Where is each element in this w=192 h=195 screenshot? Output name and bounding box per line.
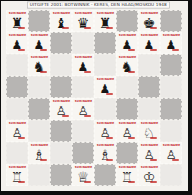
square-f5[interactable] [116,76,138,98]
square-b4[interactable] [28,98,50,120]
square-g8[interactable]: SURINAME♚ [138,10,160,32]
square-g7[interactable]: SURINAME♟ [138,32,160,54]
square-a2[interactable] [6,142,28,164]
square-b2[interactable]: SURINAME♗ [28,142,50,164]
square-b1[interactable] [28,164,50,186]
square-c2[interactable] [50,142,72,164]
square-b7[interactable]: SURINAME♟ [28,32,50,54]
square-e4[interactable] [94,98,116,120]
stamp-country-label: SURINAME [140,122,158,125]
square-g6[interactable] [138,54,160,76]
stamp-value-mark [84,115,91,117]
stamp-value-mark [106,93,113,95]
square-d7[interactable] [72,32,94,54]
stamp-country-label: SURINAME [162,144,180,147]
stamp-country-label: SURINAME [74,166,92,169]
stamp-value-mark [18,27,25,29]
stamp-country-label: SURINAME [52,100,70,103]
stamp-value-mark [150,159,157,161]
square-c1[interactable] [50,164,72,186]
stamp-country-label: SURINAME [162,34,180,37]
square-c5[interactable] [50,76,72,98]
square-b6[interactable]: SURINAME♞ [28,54,50,76]
stamp-value-mark [150,137,157,139]
scanned-stamp-sheet: UITGIFTE 2001: BOTWINNIK - KERES, DEN HA… [0,0,192,195]
stamp-country-label: SURINAME [140,166,158,169]
square-e7[interactable] [94,32,116,54]
square-c7[interactable] [50,32,72,54]
square-a4[interactable] [6,98,28,120]
stamp-value-mark [18,49,25,51]
stamp-value-mark [150,49,157,51]
stamp-country-label: SURINAME [96,12,114,15]
stamp-country-label: SURINAME [96,78,114,81]
square-f7[interactable]: SURINAME♟ [116,32,138,54]
stamp-country-label: SURINAME [118,34,136,37]
stamp-value-mark [62,27,69,29]
stamp-country-label: SURINAME [52,12,70,15]
stamp-value-mark [40,49,47,51]
square-b3[interactable] [28,120,50,142]
stamp-value-mark [106,27,113,29]
square-f1[interactable]: SURINAME♖ [116,164,138,186]
stamp-sheet: UITGIFTE 2001: BOTWINNIK - KERES, DEN HA… [1,1,188,191]
square-a5[interactable] [6,76,28,98]
square-a3[interactable]: SURINAME♙ [6,120,28,142]
square-c4[interactable]: SURINAME♙ [50,98,72,120]
stamp-country-label: SURINAME [30,34,48,37]
stamp-value-mark [84,27,91,29]
stamp-value-mark [106,137,113,139]
stamp-country-label: SURINAME [118,56,136,59]
stamp-country-label: SURINAME [8,122,26,125]
stamp-value-mark [62,115,69,117]
stamp-country-label: SURINAME [74,100,92,103]
stamp-value-mark [84,71,91,73]
square-a6[interactable] [6,54,28,76]
square-d4[interactable]: SURINAME♙ [72,98,94,120]
stamp-country-label: SURINAME [96,122,114,125]
square-h8[interactable] [160,10,182,32]
stamp-country-label: SURINAME [74,12,92,15]
square-h2[interactable]: SURINAME♙ [160,142,182,164]
stamp-country-label: SURINAME [74,56,92,59]
square-d2[interactable] [72,142,94,164]
square-a8[interactable]: SURINAME♜ [6,10,28,32]
stamp-country-label: SURINAME [118,122,136,125]
square-e2[interactable]: SURINAME♗ [94,142,116,164]
stamp-country-label: SURINAME [8,166,26,169]
stamp-country-label: SURINAME [140,144,158,147]
square-f2[interactable] [116,142,138,164]
stamp-value-mark [84,181,91,183]
stamp-value-mark [150,27,157,29]
square-g1[interactable]: SURINAME♔ [138,164,160,186]
square-c6[interactable] [50,54,72,76]
stamp-country-label: SURINAME [30,144,48,147]
square-g5[interactable] [138,76,160,98]
stamp-value-mark [128,71,135,73]
square-c3[interactable] [50,120,72,142]
stamp-value-mark [40,159,47,161]
stamp-value-mark [128,181,135,183]
stamp-country-label: SURINAME [96,144,114,147]
square-f6[interactable]: SURINAME♞ [116,54,138,76]
square-b5[interactable] [28,76,50,98]
square-h5[interactable] [160,76,182,98]
square-e8[interactable]: SURINAME♜ [94,10,116,32]
sheet-title: UITGIFTE 2001: BOTWINNIK - KERES, DEN HA… [27,2,169,9]
square-b8[interactable] [28,10,50,32]
square-e6[interactable] [94,54,116,76]
square-g3[interactable]: SURINAME♘ [138,120,160,142]
square-e3[interactable]: SURINAME♙ [94,120,116,142]
stamp-country-label: SURINAME [8,34,26,37]
chess-board: SURINAME♜SURINAME♝SURINAME♛SURINAME♜SURI… [6,10,182,186]
stamp-value-mark [172,49,179,51]
square-h4[interactable] [160,98,182,120]
square-g2[interactable]: SURINAME♙ [138,142,160,164]
stamp-country-label: SURINAME [140,12,158,15]
square-h1[interactable] [160,164,182,186]
stamp-country-label: SURINAME [30,56,48,59]
stamp-value-mark [150,181,157,183]
square-d3[interactable] [72,120,94,142]
square-d1[interactable]: SURINAME♕ [72,164,94,186]
stamp-value-mark [18,181,25,183]
square-f4[interactable] [116,98,138,120]
square-f8[interactable] [116,10,138,32]
square-h7[interactable]: SURINAME♟ [160,32,182,54]
square-d6[interactable]: SURINAME♟ [72,54,94,76]
stamp-value-mark [18,137,25,139]
stamp-value-mark [172,159,179,161]
square-a7[interactable]: SURINAME♟ [6,32,28,54]
stamp-value-mark [106,159,113,161]
sheet-header: UITGIFTE 2001: BOTWINNIK - KERES, DEN HA… [27,1,192,9]
square-d5[interactable] [72,76,94,98]
stamp-country-label: SURINAME [140,34,158,37]
stamp-country-label: SURINAME [118,166,136,169]
stamp-value-mark [128,49,135,51]
square-d8[interactable]: SURINAME♛ [72,10,94,32]
square-e5[interactable]: SURINAME♟ [94,76,116,98]
square-c8[interactable]: SURINAME♝ [50,10,72,32]
square-h3[interactable] [160,120,182,142]
square-g4[interactable] [138,98,160,120]
stamp-value-mark [40,71,47,73]
square-f3[interactable]: SURINAME♙ [116,120,138,142]
square-h6[interactable] [160,54,182,76]
stamp-country-label: SURINAME [8,12,26,15]
stamp-value-mark [128,137,135,139]
square-e1[interactable] [94,164,116,186]
square-a1[interactable]: SURINAME♖ [6,164,28,186]
